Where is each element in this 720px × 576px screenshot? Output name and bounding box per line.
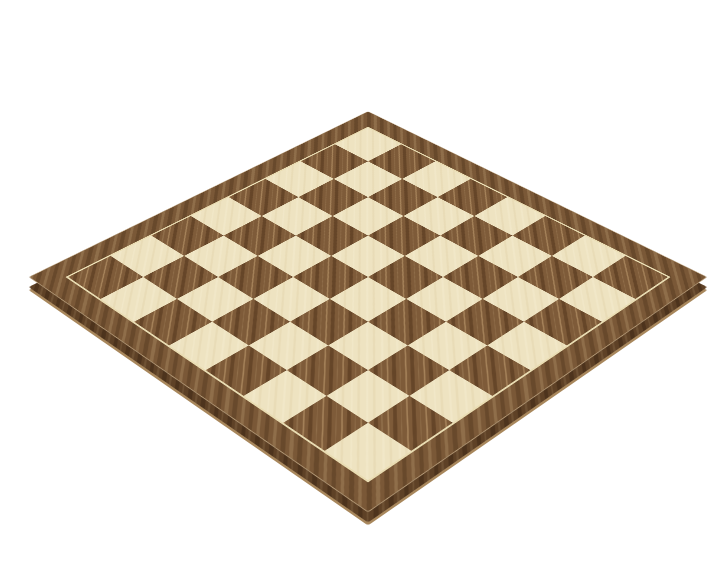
chess-board [29, 111, 708, 512]
product-photo-background [0, 0, 720, 576]
playing-field [65, 127, 670, 483]
